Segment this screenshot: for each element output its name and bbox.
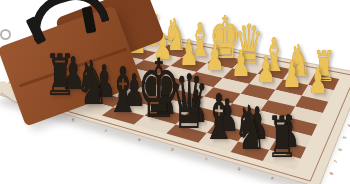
board-coordinate-label: 4 <box>346 123 350 128</box>
board-coordinate-label: 5 <box>342 135 348 140</box>
chess-set-product-photo: hgfedcba1234567812345678 ♜♞♝♚♛♝♞♜♟♟♟♟♟♟♟… <box>0 0 350 184</box>
board-coordinate-label: 7 <box>333 159 339 164</box>
zipper-ring-icon <box>0 29 11 40</box>
board-coordinate-label: 8 <box>329 171 335 176</box>
board-coordinate-label: 6 <box>337 147 343 152</box>
carrying-bag <box>0 0 170 140</box>
